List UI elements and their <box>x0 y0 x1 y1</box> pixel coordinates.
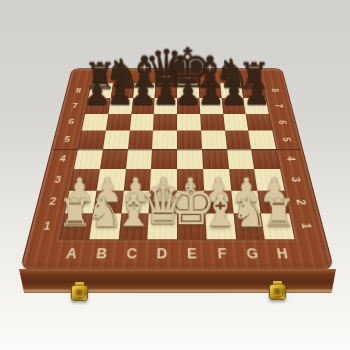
square-b5[interactable] <box>103 131 130 149</box>
brass-clasp-right <box>269 284 286 300</box>
square-h5[interactable] <box>248 131 276 149</box>
board-scene: ABCDEFGH ABCDEFGH 87654321 87654321 ♜♞♝♛… <box>20 68 335 270</box>
rank-label-right-6: 6 <box>269 113 297 131</box>
square-g4[interactable] <box>227 149 255 169</box>
square-e4[interactable] <box>177 149 203 169</box>
square-f1[interactable]: ♝ <box>205 214 236 240</box>
rank-label-right-4: 4 <box>277 149 307 170</box>
file-label-bottom-f: F <box>206 239 238 269</box>
square-c5[interactable] <box>128 131 154 149</box>
square-a1[interactable]: ♜ <box>60 214 93 240</box>
rank-label-left-6: 6 <box>57 114 85 131</box>
square-e6[interactable] <box>177 114 201 131</box>
square-e5[interactable] <box>177 131 202 149</box>
square-h4[interactable] <box>251 149 280 169</box>
square-c6[interactable] <box>129 114 154 131</box>
brass-clasp-left <box>71 285 88 301</box>
squares-grid: ♜♞♝♛♚♝♞♜♟♟♟♟♟♟♟♟♟♟♟♟♟♟♟♟♜♞♝♛♚♝♞♜ <box>60 83 295 239</box>
square-c4[interactable] <box>125 149 152 169</box>
square-g6[interactable] <box>223 114 249 131</box>
rank-label-left-5: 5 <box>52 131 82 149</box>
square-a5[interactable] <box>78 131 106 149</box>
square-h1[interactable]: ♜ <box>261 214 294 240</box>
rank-label-right-5: 5 <box>273 130 302 149</box>
square-h7[interactable]: ♟ <box>243 98 268 114</box>
piece-black-pawn[interactable]: ♟ <box>243 80 271 109</box>
piece-white-bishop[interactable]: ♝ <box>113 189 153 232</box>
piece-white-rook[interactable]: ♜ <box>58 196 92 232</box>
square-d6[interactable] <box>153 114 177 131</box>
rank-label-left-4: 4 <box>47 149 78 169</box>
file-label-bottom-c: C <box>115 239 147 269</box>
piece-white-bishop[interactable]: ♝ <box>200 189 240 232</box>
file-label-bottom-g: G <box>236 239 270 269</box>
square-a6[interactable] <box>82 114 108 131</box>
square-d5[interactable] <box>152 131 177 149</box>
square-f4[interactable] <box>202 149 229 169</box>
file-label-bottom-b: B <box>84 239 118 269</box>
file-label-bottom-h: H <box>265 239 300 269</box>
square-b6[interactable] <box>106 114 132 131</box>
file-label-bottom-e: E <box>177 239 208 269</box>
file-label-bottom-a: A <box>54 239 89 269</box>
chess-board: ABCDEFGH ABCDEFGH 87654321 87654321 ♜♞♝♛… <box>20 68 335 270</box>
piece-white-rook[interactable]: ♜ <box>261 196 295 232</box>
square-h6[interactable] <box>246 114 272 131</box>
square-a4[interactable] <box>74 149 103 169</box>
square-c1[interactable]: ♝ <box>118 214 149 240</box>
file-label-bottom-d: D <box>146 239 177 269</box>
box-front-edge <box>19 269 336 293</box>
square-g5[interactable] <box>225 131 252 149</box>
file-labels-bottom: ABCDEFGH <box>54 239 301 269</box>
square-f6[interactable] <box>200 114 225 131</box>
chess-set-photo: ABCDEFGH ABCDEFGH 87654321 87654321 ♜♞♝♛… <box>0 0 350 350</box>
square-d4[interactable] <box>151 149 177 169</box>
square-b4[interactable] <box>100 149 128 169</box>
square-f5[interactable] <box>201 131 227 149</box>
